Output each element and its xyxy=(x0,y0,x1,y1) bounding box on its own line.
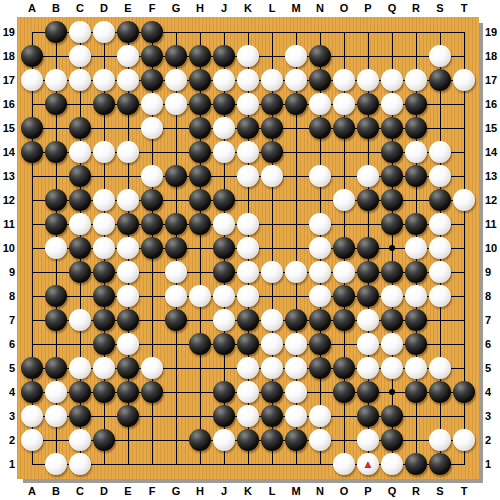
intersection-R9[interactable] xyxy=(404,260,428,284)
intersection-D2[interactable] xyxy=(92,428,116,452)
intersection-Q6[interactable] xyxy=(380,332,404,356)
intersection-A2[interactable] xyxy=(20,428,44,452)
intersection-C19[interactable] xyxy=(68,20,92,44)
intersection-L18[interactable] xyxy=(260,44,284,68)
intersection-T13[interactable] xyxy=(452,164,476,188)
intersection-Q16[interactable] xyxy=(380,92,404,116)
intersection-K17[interactable] xyxy=(236,68,260,92)
intersection-C4[interactable] xyxy=(68,380,92,404)
intersection-S16[interactable] xyxy=(428,92,452,116)
intersection-D16[interactable] xyxy=(92,92,116,116)
intersection-P6[interactable] xyxy=(356,332,380,356)
intersection-D6[interactable] xyxy=(92,332,116,356)
intersection-F7[interactable] xyxy=(140,308,164,332)
intersection-B16[interactable] xyxy=(44,92,68,116)
intersection-J3[interactable] xyxy=(212,404,236,428)
intersection-E4[interactable] xyxy=(116,380,140,404)
intersection-O6[interactable] xyxy=(332,332,356,356)
intersection-H18[interactable] xyxy=(188,44,212,68)
intersection-O19[interactable] xyxy=(332,20,356,44)
intersection-O7[interactable] xyxy=(332,308,356,332)
intersection-R14[interactable] xyxy=(404,140,428,164)
intersection-Q17[interactable] xyxy=(380,68,404,92)
intersection-M4[interactable] xyxy=(284,380,308,404)
intersection-T12[interactable] xyxy=(452,188,476,212)
intersection-B13[interactable] xyxy=(44,164,68,188)
intersection-F3[interactable] xyxy=(140,404,164,428)
intersection-N12[interactable] xyxy=(308,188,332,212)
intersection-G8[interactable] xyxy=(164,284,188,308)
intersection-R8[interactable] xyxy=(404,284,428,308)
intersection-M13[interactable] xyxy=(284,164,308,188)
intersection-S14[interactable] xyxy=(428,140,452,164)
intersection-J13[interactable] xyxy=(212,164,236,188)
intersection-H9[interactable] xyxy=(188,260,212,284)
intersection-N5[interactable] xyxy=(308,356,332,380)
intersection-S11[interactable] xyxy=(428,212,452,236)
intersection-H16[interactable] xyxy=(188,92,212,116)
intersection-G3[interactable] xyxy=(164,404,188,428)
intersection-T14[interactable] xyxy=(452,140,476,164)
intersection-P7[interactable] xyxy=(356,308,380,332)
intersection-S17[interactable] xyxy=(428,68,452,92)
intersection-R2[interactable] xyxy=(404,428,428,452)
intersection-S13[interactable] xyxy=(428,164,452,188)
intersection-A12[interactable] xyxy=(20,188,44,212)
intersection-D18[interactable] xyxy=(92,44,116,68)
intersection-G5[interactable] xyxy=(164,356,188,380)
intersection-D7[interactable] xyxy=(92,308,116,332)
intersection-G15[interactable] xyxy=(164,116,188,140)
intersection-F8[interactable] xyxy=(140,284,164,308)
intersection-S4[interactable] xyxy=(428,380,452,404)
intersection-Q5[interactable] xyxy=(380,356,404,380)
intersection-N7[interactable] xyxy=(308,308,332,332)
intersection-H2[interactable] xyxy=(188,428,212,452)
intersection-L7[interactable] xyxy=(260,308,284,332)
intersection-D11[interactable] xyxy=(92,212,116,236)
intersection-L12[interactable] xyxy=(260,188,284,212)
intersection-T17[interactable] xyxy=(452,68,476,92)
intersection-N2[interactable] xyxy=(308,428,332,452)
intersection-R3[interactable] xyxy=(404,404,428,428)
intersection-Q4[interactable] xyxy=(380,380,404,404)
intersection-N4[interactable] xyxy=(308,380,332,404)
intersection-N17[interactable] xyxy=(308,68,332,92)
intersection-H3[interactable] xyxy=(188,404,212,428)
intersection-E1[interactable] xyxy=(116,452,140,476)
intersection-D12[interactable] xyxy=(92,188,116,212)
intersection-M7[interactable] xyxy=(284,308,308,332)
intersection-F14[interactable] xyxy=(140,140,164,164)
intersection-N14[interactable] xyxy=(308,140,332,164)
intersection-Q7[interactable] xyxy=(380,308,404,332)
intersection-N18[interactable] xyxy=(308,44,332,68)
intersection-E8[interactable] xyxy=(116,284,140,308)
intersection-E5[interactable] xyxy=(116,356,140,380)
intersection-P18[interactable] xyxy=(356,44,380,68)
intersection-A7[interactable] xyxy=(20,308,44,332)
intersection-J6[interactable] xyxy=(212,332,236,356)
intersection-L3[interactable] xyxy=(260,404,284,428)
intersection-M3[interactable] xyxy=(284,404,308,428)
intersection-K1[interactable] xyxy=(236,452,260,476)
intersection-C3[interactable] xyxy=(68,404,92,428)
intersection-Q1[interactable] xyxy=(380,452,404,476)
intersection-B2[interactable] xyxy=(44,428,68,452)
intersection-C13[interactable] xyxy=(68,164,92,188)
intersection-O17[interactable] xyxy=(332,68,356,92)
intersection-F16[interactable] xyxy=(140,92,164,116)
intersection-J15[interactable] xyxy=(212,116,236,140)
intersection-O11[interactable] xyxy=(332,212,356,236)
intersection-B18[interactable] xyxy=(44,44,68,68)
intersection-B19[interactable] xyxy=(44,20,68,44)
intersection-G10[interactable] xyxy=(164,236,188,260)
intersection-B5[interactable] xyxy=(44,356,68,380)
intersection-T8[interactable] xyxy=(452,284,476,308)
intersection-J7[interactable] xyxy=(212,308,236,332)
intersection-L16[interactable] xyxy=(260,92,284,116)
intersection-T5[interactable] xyxy=(452,356,476,380)
intersection-C2[interactable] xyxy=(68,428,92,452)
intersection-Q12[interactable] xyxy=(380,188,404,212)
intersection-T16[interactable] xyxy=(452,92,476,116)
intersection-S6[interactable] xyxy=(428,332,452,356)
intersection-K8[interactable] xyxy=(236,284,260,308)
intersection-O5[interactable] xyxy=(332,356,356,380)
intersection-L11[interactable] xyxy=(260,212,284,236)
intersection-H4[interactable] xyxy=(188,380,212,404)
intersection-P1[interactable]: ▲ xyxy=(356,452,380,476)
intersection-Q15[interactable] xyxy=(380,116,404,140)
intersection-C14[interactable] xyxy=(68,140,92,164)
intersection-T9[interactable] xyxy=(452,260,476,284)
intersection-M1[interactable] xyxy=(284,452,308,476)
intersection-J10[interactable] xyxy=(212,236,236,260)
intersection-G2[interactable] xyxy=(164,428,188,452)
intersection-T10[interactable] xyxy=(452,236,476,260)
intersection-H12[interactable] xyxy=(188,188,212,212)
intersection-L17[interactable] xyxy=(260,68,284,92)
intersection-L9[interactable] xyxy=(260,260,284,284)
intersection-S8[interactable] xyxy=(428,284,452,308)
intersection-E15[interactable] xyxy=(116,116,140,140)
intersection-M14[interactable] xyxy=(284,140,308,164)
intersection-P16[interactable] xyxy=(356,92,380,116)
intersection-K3[interactable] xyxy=(236,404,260,428)
intersection-T6[interactable] xyxy=(452,332,476,356)
intersection-L10[interactable] xyxy=(260,236,284,260)
intersection-T4[interactable] xyxy=(452,380,476,404)
intersection-J1[interactable] xyxy=(212,452,236,476)
intersection-B10[interactable] xyxy=(44,236,68,260)
intersection-G16[interactable] xyxy=(164,92,188,116)
intersection-N10[interactable] xyxy=(308,236,332,260)
intersection-Q13[interactable] xyxy=(380,164,404,188)
intersection-J9[interactable] xyxy=(212,260,236,284)
intersection-R6[interactable] xyxy=(404,332,428,356)
intersection-O15[interactable] xyxy=(332,116,356,140)
intersection-A13[interactable] xyxy=(20,164,44,188)
intersection-M16[interactable] xyxy=(284,92,308,116)
intersection-K6[interactable] xyxy=(236,332,260,356)
intersection-R17[interactable] xyxy=(404,68,428,92)
intersection-C1[interactable] xyxy=(68,452,92,476)
intersection-P11[interactable] xyxy=(356,212,380,236)
intersection-T15[interactable] xyxy=(452,116,476,140)
intersection-E12[interactable] xyxy=(116,188,140,212)
intersection-B8[interactable] xyxy=(44,284,68,308)
intersection-K15[interactable] xyxy=(236,116,260,140)
intersection-M10[interactable] xyxy=(284,236,308,260)
intersection-H14[interactable] xyxy=(188,140,212,164)
intersection-P3[interactable] xyxy=(356,404,380,428)
intersection-M9[interactable] xyxy=(284,260,308,284)
intersection-T1[interactable] xyxy=(452,452,476,476)
intersection-Q3[interactable] xyxy=(380,404,404,428)
intersection-S18[interactable] xyxy=(428,44,452,68)
intersection-A1[interactable] xyxy=(20,452,44,476)
intersection-F6[interactable] xyxy=(140,332,164,356)
intersection-D9[interactable] xyxy=(92,260,116,284)
intersection-S12[interactable] xyxy=(428,188,452,212)
intersection-E10[interactable] xyxy=(116,236,140,260)
intersection-K9[interactable] xyxy=(236,260,260,284)
intersection-N11[interactable] xyxy=(308,212,332,236)
intersection-E9[interactable] xyxy=(116,260,140,284)
intersection-A16[interactable] xyxy=(20,92,44,116)
intersection-S19[interactable] xyxy=(428,20,452,44)
intersection-C5[interactable] xyxy=(68,356,92,380)
intersection-J12[interactable] xyxy=(212,188,236,212)
intersection-F17[interactable] xyxy=(140,68,164,92)
intersection-R5[interactable] xyxy=(404,356,428,380)
intersection-T19[interactable] xyxy=(452,20,476,44)
intersection-F10[interactable] xyxy=(140,236,164,260)
intersection-A19[interactable] xyxy=(20,20,44,44)
intersection-L15[interactable] xyxy=(260,116,284,140)
intersection-J8[interactable] xyxy=(212,284,236,308)
intersection-F12[interactable] xyxy=(140,188,164,212)
intersection-O8[interactable] xyxy=(332,284,356,308)
intersection-M11[interactable] xyxy=(284,212,308,236)
intersection-B3[interactable] xyxy=(44,404,68,428)
intersection-O9[interactable] xyxy=(332,260,356,284)
intersection-K14[interactable] xyxy=(236,140,260,164)
intersection-O2[interactable] xyxy=(332,428,356,452)
intersection-O14[interactable] xyxy=(332,140,356,164)
intersection-O3[interactable] xyxy=(332,404,356,428)
intersection-L4[interactable] xyxy=(260,380,284,404)
intersection-T2[interactable] xyxy=(452,428,476,452)
intersection-C12[interactable] xyxy=(68,188,92,212)
intersection-K19[interactable] xyxy=(236,20,260,44)
intersection-F4[interactable] xyxy=(140,380,164,404)
intersection-L5[interactable] xyxy=(260,356,284,380)
intersection-C9[interactable] xyxy=(68,260,92,284)
intersection-E13[interactable] xyxy=(116,164,140,188)
intersection-P8[interactable] xyxy=(356,284,380,308)
intersection-A8[interactable] xyxy=(20,284,44,308)
intersection-G18[interactable] xyxy=(164,44,188,68)
intersection-D13[interactable] xyxy=(92,164,116,188)
intersection-O10[interactable] xyxy=(332,236,356,260)
intersection-J17[interactable] xyxy=(212,68,236,92)
intersection-D3[interactable] xyxy=(92,404,116,428)
intersection-S5[interactable] xyxy=(428,356,452,380)
intersection-K13[interactable] xyxy=(236,164,260,188)
intersection-A11[interactable] xyxy=(20,212,44,236)
intersection-G11[interactable] xyxy=(164,212,188,236)
intersection-D17[interactable] xyxy=(92,68,116,92)
intersection-P17[interactable] xyxy=(356,68,380,92)
intersection-G9[interactable] xyxy=(164,260,188,284)
intersection-K7[interactable] xyxy=(236,308,260,332)
intersection-T3[interactable] xyxy=(452,404,476,428)
intersection-M2[interactable] xyxy=(284,428,308,452)
intersection-R13[interactable] xyxy=(404,164,428,188)
intersection-K10[interactable] xyxy=(236,236,260,260)
intersection-B9[interactable] xyxy=(44,260,68,284)
intersection-F2[interactable] xyxy=(140,428,164,452)
intersection-B1[interactable] xyxy=(44,452,68,476)
intersection-N15[interactable] xyxy=(308,116,332,140)
intersection-S7[interactable] xyxy=(428,308,452,332)
intersection-H10[interactable] xyxy=(188,236,212,260)
intersection-E16[interactable] xyxy=(116,92,140,116)
intersection-F18[interactable] xyxy=(140,44,164,68)
intersection-G13[interactable] xyxy=(164,164,188,188)
intersection-C10[interactable] xyxy=(68,236,92,260)
intersection-H8[interactable] xyxy=(188,284,212,308)
intersection-J11[interactable] xyxy=(212,212,236,236)
intersection-P12[interactable] xyxy=(356,188,380,212)
intersection-D15[interactable] xyxy=(92,116,116,140)
intersection-N8[interactable] xyxy=(308,284,332,308)
intersection-S2[interactable] xyxy=(428,428,452,452)
intersection-B11[interactable] xyxy=(44,212,68,236)
intersection-H6[interactable] xyxy=(188,332,212,356)
intersection-E11[interactable] xyxy=(116,212,140,236)
intersection-K11[interactable] xyxy=(236,212,260,236)
intersection-H13[interactable] xyxy=(188,164,212,188)
intersection-D10[interactable] xyxy=(92,236,116,260)
intersection-D8[interactable] xyxy=(92,284,116,308)
intersection-K18[interactable] xyxy=(236,44,260,68)
intersection-G6[interactable] xyxy=(164,332,188,356)
intersection-R4[interactable] xyxy=(404,380,428,404)
intersection-O16[interactable] xyxy=(332,92,356,116)
intersection-N19[interactable] xyxy=(308,20,332,44)
intersection-B6[interactable] xyxy=(44,332,68,356)
intersection-H1[interactable] xyxy=(188,452,212,476)
intersection-P14[interactable] xyxy=(356,140,380,164)
intersection-A5[interactable] xyxy=(20,356,44,380)
intersection-C16[interactable] xyxy=(68,92,92,116)
intersection-H19[interactable] xyxy=(188,20,212,44)
intersection-L19[interactable] xyxy=(260,20,284,44)
intersection-J5[interactable] xyxy=(212,356,236,380)
intersection-B17[interactable] xyxy=(44,68,68,92)
intersection-R11[interactable] xyxy=(404,212,428,236)
intersection-O4[interactable] xyxy=(332,380,356,404)
intersection-Q8[interactable] xyxy=(380,284,404,308)
intersection-Q14[interactable] xyxy=(380,140,404,164)
intersection-L13[interactable] xyxy=(260,164,284,188)
intersection-L1[interactable] xyxy=(260,452,284,476)
intersection-B15[interactable] xyxy=(44,116,68,140)
intersection-N9[interactable] xyxy=(308,260,332,284)
intersection-B4[interactable] xyxy=(44,380,68,404)
intersection-H11[interactable] xyxy=(188,212,212,236)
intersection-K4[interactable] xyxy=(236,380,260,404)
intersection-O12[interactable] xyxy=(332,188,356,212)
intersection-T11[interactable] xyxy=(452,212,476,236)
intersection-P19[interactable] xyxy=(356,20,380,44)
intersection-S9[interactable] xyxy=(428,260,452,284)
intersection-Q18[interactable] xyxy=(380,44,404,68)
intersection-M5[interactable] xyxy=(284,356,308,380)
intersection-R12[interactable] xyxy=(404,188,428,212)
intersection-J19[interactable] xyxy=(212,20,236,44)
intersection-Q11[interactable] xyxy=(380,212,404,236)
intersection-A4[interactable] xyxy=(20,380,44,404)
intersection-F13[interactable] xyxy=(140,164,164,188)
intersection-R7[interactable] xyxy=(404,308,428,332)
intersection-M6[interactable] xyxy=(284,332,308,356)
intersection-P5[interactable] xyxy=(356,356,380,380)
intersection-J2[interactable] xyxy=(212,428,236,452)
intersection-Q19[interactable] xyxy=(380,20,404,44)
intersection-R16[interactable] xyxy=(404,92,428,116)
intersection-K5[interactable] xyxy=(236,356,260,380)
intersection-K12[interactable] xyxy=(236,188,260,212)
intersection-R1[interactable] xyxy=(404,452,428,476)
intersection-R15[interactable] xyxy=(404,116,428,140)
intersection-N3[interactable] xyxy=(308,404,332,428)
intersection-G12[interactable] xyxy=(164,188,188,212)
intersection-A9[interactable] xyxy=(20,260,44,284)
intersection-T7[interactable] xyxy=(452,308,476,332)
intersection-K16[interactable] xyxy=(236,92,260,116)
intersection-M17[interactable] xyxy=(284,68,308,92)
intersection-F15[interactable] xyxy=(140,116,164,140)
intersection-B12[interactable] xyxy=(44,188,68,212)
intersection-R19[interactable] xyxy=(404,20,428,44)
intersection-P2[interactable] xyxy=(356,428,380,452)
intersection-Q2[interactable] xyxy=(380,428,404,452)
intersection-L14[interactable] xyxy=(260,140,284,164)
intersection-A6[interactable] xyxy=(20,332,44,356)
intersection-D19[interactable] xyxy=(92,20,116,44)
intersection-L2[interactable] xyxy=(260,428,284,452)
intersection-E19[interactable] xyxy=(116,20,140,44)
intersection-N13[interactable] xyxy=(308,164,332,188)
intersection-D1[interactable] xyxy=(92,452,116,476)
intersection-B7[interactable] xyxy=(44,308,68,332)
intersection-K2[interactable] xyxy=(236,428,260,452)
intersection-A14[interactable] xyxy=(20,140,44,164)
intersection-C18[interactable] xyxy=(68,44,92,68)
intersection-A3[interactable] xyxy=(20,404,44,428)
intersection-M19[interactable] xyxy=(284,20,308,44)
intersection-G19[interactable] xyxy=(164,20,188,44)
intersection-H7[interactable] xyxy=(188,308,212,332)
intersection-T18[interactable] xyxy=(452,44,476,68)
intersection-M8[interactable] xyxy=(284,284,308,308)
intersection-P13[interactable] xyxy=(356,164,380,188)
